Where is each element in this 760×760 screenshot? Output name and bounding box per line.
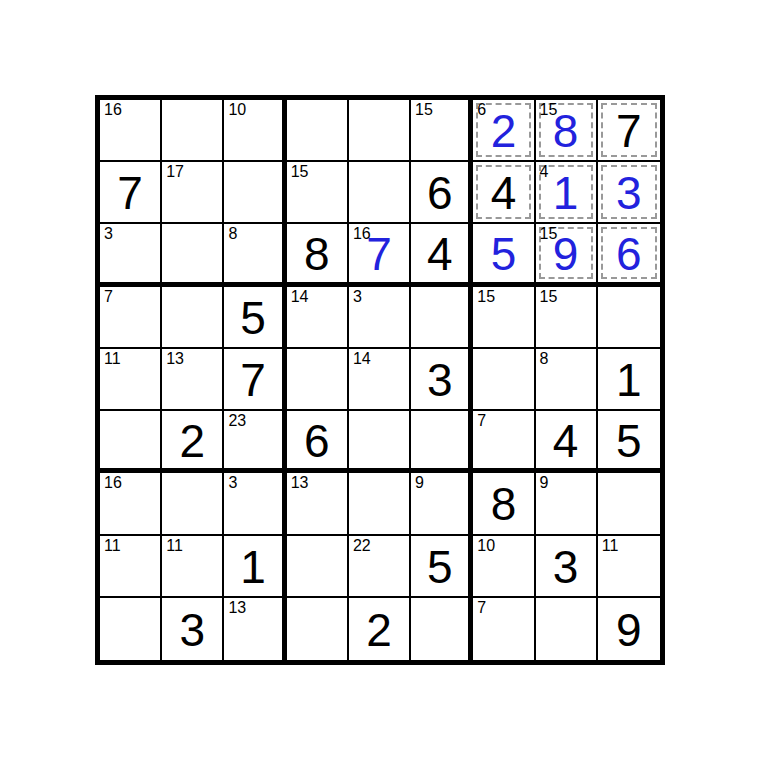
cell-r6c9[interactable]: 5: [598, 411, 660, 473]
cell-r4c4[interactable]: 14: [287, 287, 349, 349]
given-digit: 1: [616, 355, 642, 403]
cell-r8c2[interactable]: 11: [162, 536, 224, 598]
cell-r9c8[interactable]: [536, 598, 598, 660]
cell-r2c1[interactable]: 7: [100, 162, 162, 224]
cage-sum-label: 11: [166, 537, 183, 555]
cell-r1c6[interactable]: 15: [411, 100, 473, 162]
cell-r5c4[interactable]: [287, 349, 349, 411]
cell-r5c1[interactable]: 11: [100, 349, 162, 411]
entered-digit: 5: [491, 229, 517, 277]
cell-r2c9[interactable]: 3: [598, 162, 660, 224]
cell-r4c8[interactable]: 15: [536, 287, 598, 349]
cell-r9c2[interactable]: 3: [162, 598, 224, 660]
cell-r7c3[interactable]: 3: [224, 473, 286, 535]
cage-sum-label: 14: [353, 350, 371, 368]
cell-r3c2[interactable]: [162, 224, 224, 286]
cell-r3c6[interactable]: 4: [411, 224, 473, 286]
given-digit: 5: [427, 542, 453, 590]
given-digit: 6: [304, 416, 330, 464]
given-digit: 3: [553, 542, 579, 590]
cell-r8c6[interactable]: 5: [411, 536, 473, 598]
cage-sum-label: 15: [540, 288, 558, 306]
cage-sum-label: 15: [540, 101, 558, 119]
cage-sum-label: 23: [228, 412, 246, 430]
cell-r7c4[interactable]: 13: [287, 473, 349, 535]
cell-r5c6[interactable]: 3: [411, 349, 473, 411]
entered-digit: 3: [616, 168, 642, 216]
cage-sum-label: 13: [166, 350, 184, 368]
cell-r2c3[interactable]: [224, 162, 286, 224]
cage-sum-label: 16: [104, 101, 122, 119]
given-digit: 2: [180, 416, 206, 464]
cell-r1c3[interactable]: 10: [224, 100, 286, 162]
cage-sum-label: 11: [104, 537, 121, 555]
given-digit: 1: [240, 542, 266, 590]
cell-r2c8[interactable]: 41: [536, 162, 598, 224]
given-digit: 5: [240, 293, 266, 341]
cell-r7c7[interactable]: 8: [473, 473, 535, 535]
given-digit: 7: [616, 106, 642, 154]
cage-sum-label: 22: [353, 537, 371, 555]
cell-r1c8[interactable]: 158: [536, 100, 598, 162]
cell-r1c9[interactable]: 7: [598, 100, 660, 162]
given-digit: 2: [366, 605, 392, 653]
given-digit: 6: [427, 168, 453, 216]
given-digit: 9: [616, 605, 642, 653]
given-digit: 7: [240, 355, 266, 403]
cell-r1c1[interactable]: 16: [100, 100, 162, 162]
cage-sum-label: 10: [477, 537, 495, 555]
cell-r7c9[interactable]: [598, 473, 660, 535]
cage-sum-label: 7: [477, 599, 486, 617]
cage-sum-label: 7: [477, 412, 486, 430]
cell-r8c5[interactable]: 22: [349, 536, 411, 598]
cage-sum-label: 8: [540, 350, 549, 368]
cage-sum-label: 8: [228, 225, 237, 243]
cell-r3c3[interactable]: 8: [224, 224, 286, 286]
cage-sum-label: 15: [540, 225, 558, 243]
cage-sum-label: 13: [228, 599, 246, 617]
cell-r6c3[interactable]: 23: [224, 411, 286, 473]
cage-sum-label: 3: [104, 225, 113, 243]
cell-r2c5[interactable]: [349, 162, 411, 224]
given-digit: 4: [553, 416, 579, 464]
cell-r7c1[interactable]: 16: [100, 473, 162, 535]
cage-sum-label: 13: [291, 474, 309, 492]
cell-r1c7[interactable]: 62: [473, 100, 535, 162]
cell-r5c7[interactable]: [473, 349, 535, 411]
cell-r6c5[interactable]: [349, 411, 411, 473]
cage-sum-label: 6: [477, 101, 486, 119]
cage-sum-label: 11: [602, 537, 619, 555]
cage-sum-label: 17: [166, 163, 184, 181]
given-digit: 8: [304, 229, 330, 277]
cell-r1c2[interactable]: [162, 100, 224, 162]
cell-r4c6[interactable]: [411, 287, 473, 349]
cell-r5c5[interactable]: 14: [349, 349, 411, 411]
cell-r7c2[interactable]: [162, 473, 224, 535]
cell-r6c4[interactable]: 6: [287, 411, 349, 473]
cell-r6c1[interactable]: [100, 411, 162, 473]
cell-r2c4[interactable]: 15: [287, 162, 349, 224]
cell-r8c8[interactable]: 3: [536, 536, 598, 598]
cage-sum-label: 9: [415, 474, 424, 492]
entered-digit: 1: [553, 168, 579, 216]
given-digit: 7: [117, 168, 143, 216]
given-digit: 4: [427, 229, 453, 277]
cell-r3c5[interactable]: 167: [349, 224, 411, 286]
cell-r8c9[interactable]: 11: [598, 536, 660, 598]
cell-r2c7[interactable]: 4: [473, 162, 535, 224]
cell-r9c4[interactable]: [287, 598, 349, 660]
cell-r7c5[interactable]: [349, 473, 411, 535]
cell-r5c2[interactable]: 13: [162, 349, 224, 411]
cell-r5c8[interactable]: 8: [536, 349, 598, 411]
cage-sum-label: 7: [104, 288, 113, 306]
cell-r6c2[interactable]: 2: [162, 411, 224, 473]
cell-r2c2[interactable]: 17: [162, 162, 224, 224]
killer-sudoku-board: 1610156215877171564413388167451596751431…: [95, 95, 665, 665]
cell-r2c6[interactable]: 6: [411, 162, 473, 224]
given-digit: 5: [616, 416, 642, 464]
cell-r7c6[interactable]: 9: [411, 473, 473, 535]
cage-sum-label: 15: [291, 163, 309, 181]
cell-r8c3[interactable]: 1: [224, 536, 286, 598]
cell-r9c5[interactable]: 2: [349, 598, 411, 660]
cage-sum-label: 4: [540, 163, 549, 181]
given-digit: 8: [491, 479, 517, 527]
cell-r4c3[interactable]: 5: [224, 287, 286, 349]
given-digit: 4: [491, 168, 517, 216]
cell-r9c3[interactable]: 13: [224, 598, 286, 660]
cell-r1c4[interactable]: [287, 100, 349, 162]
cell-r8c1[interactable]: 11: [100, 536, 162, 598]
cell-r6c8[interactable]: 4: [536, 411, 598, 473]
cell-r9c1[interactable]: [100, 598, 162, 660]
cell-r9c6[interactable]: [411, 598, 473, 660]
cell-r5c3[interactable]: 7: [224, 349, 286, 411]
cage-sum-label: 16: [104, 474, 122, 492]
cage-sum-label: 15: [477, 288, 495, 306]
cell-r8c4[interactable]: [287, 536, 349, 598]
cell-r3c7[interactable]: 5: [473, 224, 535, 286]
entered-digit: 2: [491, 106, 517, 154]
cell-r3c4[interactable]: 8: [287, 224, 349, 286]
cage-sum-label: 14: [291, 288, 309, 306]
cell-r9c7[interactable]: 7: [473, 598, 535, 660]
cell-r7c8[interactable]: 9: [536, 473, 598, 535]
cage-sum-label: 11: [104, 350, 121, 368]
cage-sum-label: 3: [353, 288, 362, 306]
cage-sum-label: 10: [228, 101, 246, 119]
entered-digit: 6: [616, 229, 642, 277]
cell-r9c9[interactable]: 9: [598, 598, 660, 660]
cage-sum-label: 3: [228, 474, 237, 492]
cage-sum-label: 15: [415, 101, 433, 119]
cell-r4c5[interactable]: 3: [349, 287, 411, 349]
given-digit: 3: [180, 605, 206, 653]
cell-r3c8[interactable]: 159: [536, 224, 598, 286]
cell-r4c2[interactable]: [162, 287, 224, 349]
cell-r5c9[interactable]: 1: [598, 349, 660, 411]
cell-r3c1[interactable]: 3: [100, 224, 162, 286]
cell-r4c7[interactable]: 15: [473, 287, 535, 349]
cell-r4c1[interactable]: 7: [100, 287, 162, 349]
cage-sum-label: 16: [353, 225, 371, 243]
cell-r6c7[interactable]: 7: [473, 411, 535, 473]
given-digit: 3: [427, 355, 453, 403]
cage-sum-label: 9: [540, 474, 549, 492]
cell-r8c7[interactable]: 10: [473, 536, 535, 598]
cell-r3c9[interactable]: 6: [598, 224, 660, 286]
cell-r6c6[interactable]: [411, 411, 473, 473]
cell-r1c5[interactable]: [349, 100, 411, 162]
cell-r4c9[interactable]: [598, 287, 660, 349]
